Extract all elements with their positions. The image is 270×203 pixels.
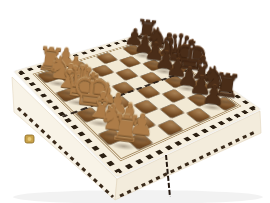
latch-icon xyxy=(25,135,34,143)
piece-white-rook-h1[interactable]: ♜ xyxy=(100,106,151,150)
piece-black-pawn-h7[interactable]: ♟ xyxy=(192,79,236,111)
ground-shadow xyxy=(13,190,263,203)
wooden-chess-set-photo: ♜♞♝♛♚♝♞♜♟♟♟♟♟♟♟♟♟♟♟♟♟♟♟♟♜♞♝♛♚♝♞♜ xyxy=(0,0,270,203)
